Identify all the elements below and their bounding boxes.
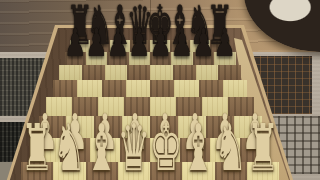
square-d7[interactable]: ♟ <box>129 52 150 65</box>
square-f5[interactable] <box>174 80 198 97</box>
square-a1[interactable]: ♜ <box>21 162 53 180</box>
piece-black-pawn[interactable]: ♟ <box>128 26 150 61</box>
piece-black-pawn[interactable]: ♟ <box>64 26 86 61</box>
piece-white-knight[interactable]: ♞ <box>214 119 247 177</box>
piece-white-bishop[interactable]: ♝ <box>182 119 215 177</box>
square-b1[interactable]: ♞ <box>53 162 85 180</box>
square-e5[interactable] <box>150 80 174 97</box>
square-a7[interactable]: ♟ <box>65 52 86 65</box>
square-d6[interactable] <box>127 65 150 80</box>
piece-white-rook[interactable]: ♜ <box>21 119 54 177</box>
square-g7[interactable]: ♟ <box>193 52 214 65</box>
board-rank-7: ♟♟♟♟♟♟♟♟ <box>65 52 236 65</box>
piece-black-pawn[interactable]: ♟ <box>214 26 236 61</box>
square-h5[interactable] <box>223 80 247 97</box>
square-b7[interactable]: ♟ <box>86 52 107 65</box>
square-c6[interactable] <box>105 65 128 80</box>
square-e1[interactable]: ♚ <box>150 162 182 180</box>
square-b5[interactable] <box>77 80 101 97</box>
piece-black-pawn[interactable]: ♟ <box>149 26 171 61</box>
board-rank-5 <box>53 80 247 97</box>
square-f1[interactable]: ♝ <box>182 162 214 180</box>
square-g6[interactable] <box>196 65 219 80</box>
board-rank-6 <box>59 65 241 80</box>
square-h1[interactable]: ♜ <box>247 162 279 180</box>
square-c5[interactable] <box>102 80 126 97</box>
square-a6[interactable] <box>59 65 82 80</box>
piece-white-knight[interactable]: ♞ <box>53 119 86 177</box>
square-c1[interactable]: ♝ <box>86 162 118 180</box>
square-g5[interactable] <box>199 80 223 97</box>
square-e6[interactable] <box>150 65 173 80</box>
square-d5[interactable] <box>126 80 150 97</box>
square-h6[interactable] <box>218 65 241 80</box>
piece-white-king[interactable]: ♚ <box>150 119 183 177</box>
chess-board: ♜♞♝♛♚♝♞♜♟♟♟♟♟♟♟♟♟♟♟♟♟♟♟♟♜♞♝♛♚♝♞♜ <box>0 28 320 180</box>
piece-white-bishop[interactable]: ♝ <box>85 119 118 177</box>
piece-white-queen[interactable]: ♛ <box>117 119 150 177</box>
piece-black-pawn[interactable]: ♟ <box>85 26 107 61</box>
piece-white-rook[interactable]: ♜ <box>246 119 279 177</box>
square-b6[interactable] <box>82 65 105 80</box>
square-e7[interactable]: ♟ <box>150 52 171 65</box>
square-f6[interactable] <box>173 65 196 80</box>
square-d1[interactable]: ♛ <box>118 162 150 180</box>
square-g1[interactable]: ♞ <box>215 162 247 180</box>
square-c7[interactable]: ♟ <box>107 52 128 65</box>
square-f7[interactable]: ♟ <box>171 52 192 65</box>
piece-black-pawn[interactable]: ♟ <box>171 26 193 61</box>
square-a5[interactable] <box>53 80 77 97</box>
square-h7[interactable]: ♟ <box>214 52 235 65</box>
piece-black-pawn[interactable]: ♟ <box>192 26 214 61</box>
chess-photo-scene: ♜♞♝♛♚♝♞♜♟♟♟♟♟♟♟♟♟♟♟♟♟♟♟♟♜♞♝♛♚♝♞♜ <box>0 0 320 180</box>
board-rank-1: ♜♞♝♛♚♝♞♜ <box>21 162 279 180</box>
piece-black-pawn[interactable]: ♟ <box>107 26 129 61</box>
